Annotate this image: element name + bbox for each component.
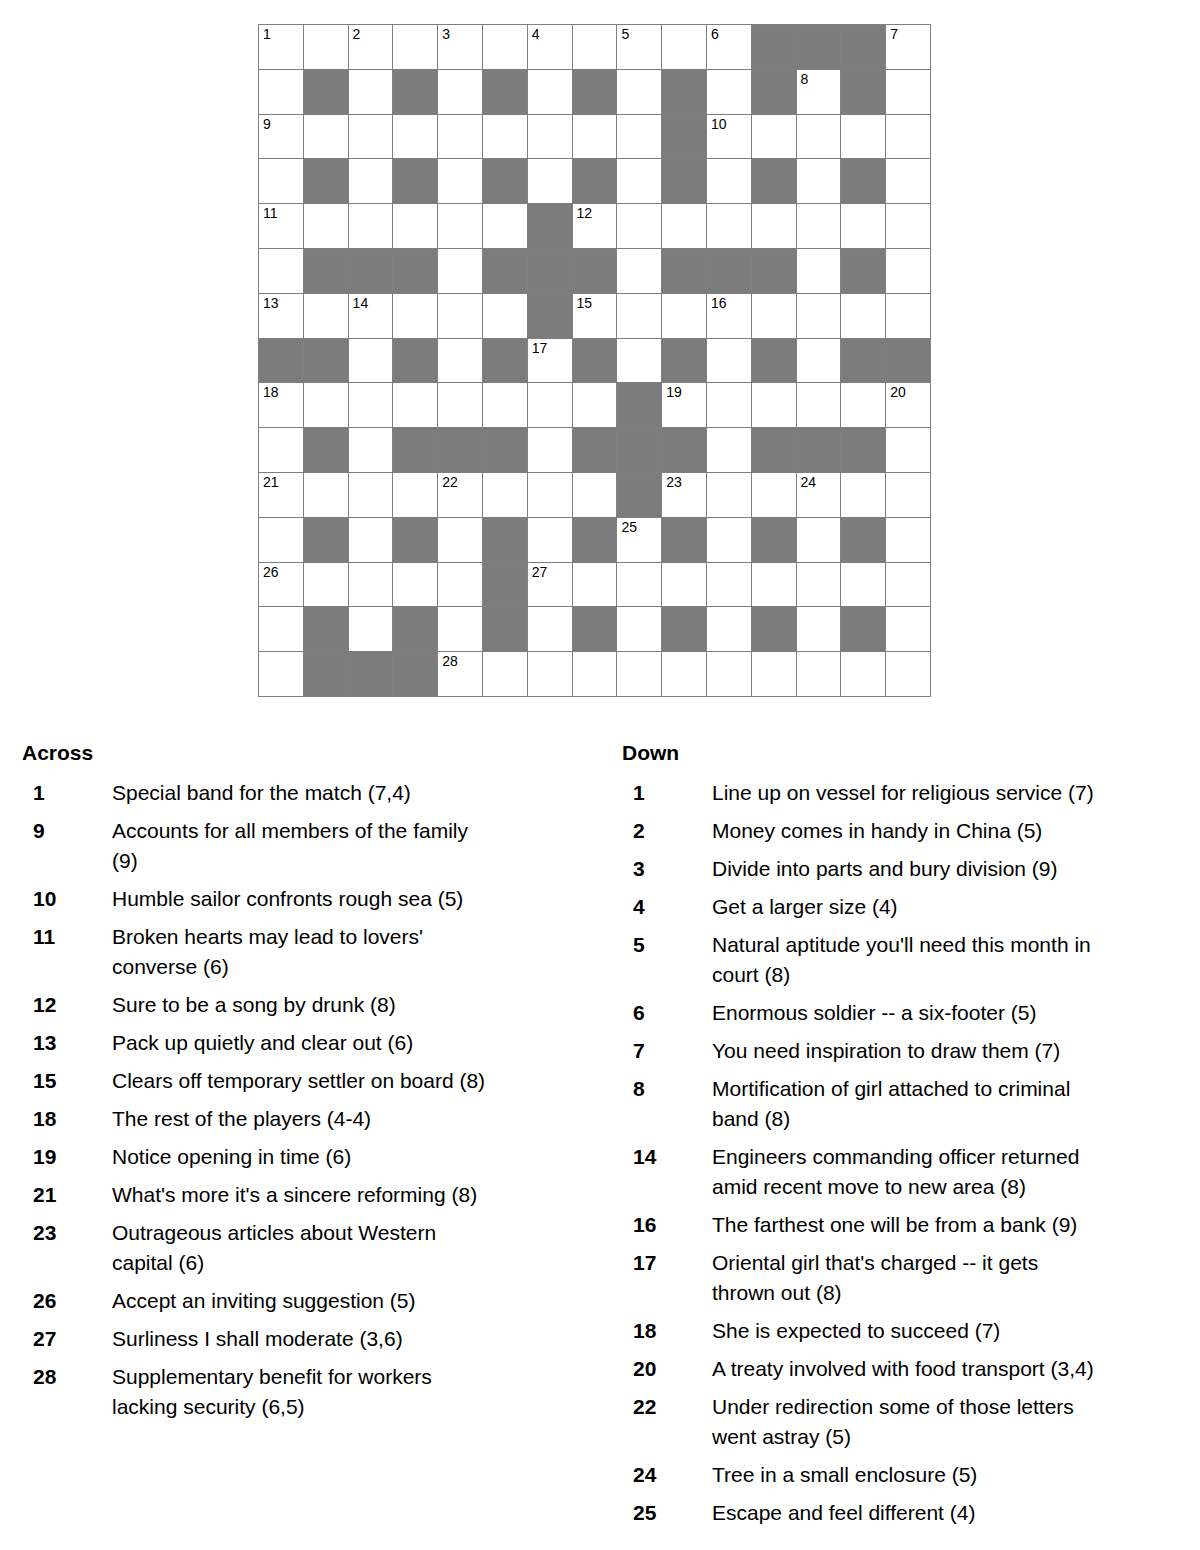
grid-cell[interactable] [707, 518, 751, 562]
block-cell [393, 70, 437, 114]
grid-cell[interactable] [707, 428, 751, 472]
cell-number: 15 [577, 296, 593, 310]
clue-row[interactable]: 18She is expected to succeed (7) [622, 1316, 1192, 1346]
grid-cell[interactable]: 7 [886, 25, 930, 69]
block-cell [573, 428, 617, 472]
clue-text: Accounts for all members of the family(9… [112, 816, 597, 876]
grid-cell[interactable] [349, 428, 393, 472]
block-cell [393, 159, 437, 203]
crossword-page: 1234567891011121314151617181920212223242… [0, 0, 1200, 1550]
grid-cell[interactable] [349, 339, 393, 383]
clue-number: 14 [622, 1142, 712, 1172]
clue-row[interactable]: 4Get a larger size (4) [622, 892, 1192, 922]
block-cell [662, 115, 706, 159]
grid-cell[interactable] [797, 249, 841, 293]
cell-number: 21 [263, 475, 279, 489]
grid-cell[interactable]: 11 [259, 204, 303, 248]
grid-cell[interactable] [438, 70, 482, 114]
clue-row[interactable]: 15Clears off temporary settler on board … [22, 1066, 597, 1096]
cell-number: 17 [532, 341, 548, 355]
grid-cell[interactable] [617, 115, 661, 159]
grid-cell[interactable]: 25 [617, 518, 661, 562]
grid-cell[interactable] [707, 70, 751, 114]
grid-cell[interactable] [573, 383, 617, 427]
clue-row[interactable]: 18The rest of the players (4-4) [22, 1104, 597, 1134]
grid-cell[interactable] [886, 159, 930, 203]
clue-number: 3 [622, 854, 712, 884]
block-cell [841, 25, 885, 69]
grid-cell[interactable] [707, 204, 751, 248]
grid-cell[interactable] [393, 115, 437, 159]
grid-cell[interactable] [259, 428, 303, 472]
grid-cell[interactable] [438, 115, 482, 159]
clue-number: 2 [622, 816, 712, 846]
grid-cell[interactable] [797, 607, 841, 651]
grid-cell[interactable]: 19 [662, 383, 706, 427]
grid-cell[interactable] [573, 652, 617, 696]
cell-number: 11 [263, 206, 278, 220]
grid-cell[interactable] [662, 204, 706, 248]
cell-number: 6 [711, 27, 719, 41]
grid-cell[interactable] [483, 115, 527, 159]
grid-cell[interactable]: 23 [662, 473, 706, 517]
grid-cell[interactable] [752, 652, 796, 696]
grid-cell[interactable] [393, 294, 437, 338]
clue-row[interactable]: 6Enormous soldier -- a six-footer (5) [622, 998, 1192, 1028]
block-cell [573, 159, 617, 203]
grid-cell[interactable] [662, 25, 706, 69]
block-cell [617, 383, 661, 427]
clue-row[interactable]: 28Supplementary benefit for workerslacki… [22, 1362, 597, 1422]
clue-text: Accept an inviting suggestion (5) [112, 1286, 597, 1316]
block-cell [841, 428, 885, 472]
crossword-grid: 1234567891011121314151617181920212223242… [258, 24, 931, 697]
grid-cell[interactable] [393, 473, 437, 517]
block-cell [304, 249, 348, 293]
grid-cell[interactable] [707, 383, 751, 427]
grid-cell[interactable] [886, 607, 930, 651]
grid-cell[interactable] [662, 563, 706, 607]
grid-cell[interactable]: 27 [528, 563, 572, 607]
block-cell [304, 652, 348, 696]
grid-cell[interactable] [304, 383, 348, 427]
grid-cell[interactable] [752, 115, 796, 159]
grid-cell[interactable]: 28 [438, 652, 482, 696]
grid-cell[interactable]: 24 [797, 473, 841, 517]
grid-cell[interactable] [438, 607, 482, 651]
grid-cell[interactable]: 18 [259, 383, 303, 427]
clue-number: 23 [22, 1218, 112, 1248]
clue-text: Clears off temporary settler on board (8… [112, 1066, 597, 1096]
grid-cell[interactable] [886, 428, 930, 472]
block-cell [304, 428, 348, 472]
grid-cell[interactable] [886, 518, 930, 562]
grid-cell[interactable] [528, 652, 572, 696]
grid-cell[interactable]: 22 [438, 473, 482, 517]
block-cell [349, 652, 393, 696]
clue-text: Special band for the match (7,4) [112, 778, 597, 808]
grid-cell[interactable] [752, 563, 796, 607]
block-cell [662, 428, 706, 472]
grid-cell[interactable] [438, 204, 482, 248]
grid-cell[interactable] [483, 652, 527, 696]
clue-row[interactable]: 27Surliness I shall moderate (3,6) [22, 1324, 597, 1354]
grid-cell[interactable] [752, 294, 796, 338]
clue-number: 27 [22, 1324, 112, 1354]
grid-cell[interactable] [617, 563, 661, 607]
clue-number: 17 [622, 1248, 712, 1278]
block-cell [528, 294, 572, 338]
cell-number: 8 [801, 72, 809, 86]
block-cell [797, 25, 841, 69]
grid-cell[interactable] [259, 70, 303, 114]
grid-cell[interactable] [528, 383, 572, 427]
clue-text: What's more it's a sincere reforming (8) [112, 1180, 597, 1210]
grid-cell[interactable]: 2 [349, 25, 393, 69]
grid-cell[interactable] [259, 652, 303, 696]
clue-row[interactable]: 8Mortification of girl attached to crimi… [622, 1074, 1192, 1134]
clue-row[interactable]: 22Under redirection some of those letter… [622, 1392, 1192, 1452]
grid-cell[interactable] [886, 249, 930, 293]
grid-cell[interactable] [752, 473, 796, 517]
grid-cell[interactable] [617, 204, 661, 248]
grid-cell[interactable] [573, 25, 617, 69]
grid-cell[interactable] [841, 383, 885, 427]
cell-number: 3 [442, 27, 450, 41]
block-cell [259, 339, 303, 383]
block-cell [393, 428, 437, 472]
grid-cell[interactable] [797, 115, 841, 159]
block-cell [886, 339, 930, 383]
cell-number: 19 [666, 385, 682, 399]
clue-text: Escape and feel different (4) [712, 1498, 1192, 1528]
grid-cell[interactable] [617, 607, 661, 651]
grid-cell[interactable] [886, 473, 930, 517]
grid-cell[interactable] [304, 294, 348, 338]
cell-number: 16 [711, 296, 727, 310]
grid-cell[interactable] [438, 339, 482, 383]
clue-number: 8 [622, 1074, 712, 1104]
grid-cell[interactable] [573, 473, 617, 517]
block-cell [662, 518, 706, 562]
clue-number: 1 [22, 778, 112, 808]
grid-cell[interactable] [841, 473, 885, 517]
clue-row[interactable]: 17Oriental girl that's charged -- it get… [622, 1248, 1192, 1308]
cell-number: 28 [442, 654, 458, 668]
clue-text: Money comes in handy in China (5) [712, 816, 1192, 846]
grid-cell[interactable] [797, 563, 841, 607]
grid-cell[interactable] [393, 25, 437, 69]
block-cell [841, 159, 885, 203]
grid-cell[interactable] [483, 204, 527, 248]
grid-cell[interactable] [707, 652, 751, 696]
across-clue-list: 1Special band for the match (7,4)9Accoun… [22, 778, 597, 1422]
grid-cell[interactable]: 17 [528, 339, 572, 383]
clue-row[interactable]: 1Special band for the match (7,4) [22, 778, 597, 808]
grid-cell[interactable] [617, 294, 661, 338]
grid-cell[interactable] [259, 249, 303, 293]
clue-text: Oriental girl that's charged -- it getst… [712, 1248, 1192, 1308]
clue-text: Natural aptitude you'll need this month … [712, 930, 1192, 990]
cell-number: 1 [263, 27, 271, 41]
clue-number: 26 [22, 1286, 112, 1316]
grid-cell[interactable]: 8 [797, 70, 841, 114]
clue-text: Line up on vessel for religious service … [712, 778, 1192, 808]
clue-number: 7 [622, 1036, 712, 1066]
block-cell [662, 249, 706, 293]
grid-cell[interactable] [752, 204, 796, 248]
grid-cell[interactable] [617, 339, 661, 383]
clue-row[interactable]: 13Pack up quietly and clear out (6) [22, 1028, 597, 1058]
cell-number: 4 [532, 27, 540, 41]
grid-cell[interactable]: 12 [573, 204, 617, 248]
clue-row[interactable]: 11Broken hearts may lead to lovers'conve… [22, 922, 597, 982]
clue-number: 4 [622, 892, 712, 922]
clue-text: Humble sailor confronts rough sea (5) [112, 884, 597, 914]
block-cell [483, 563, 527, 607]
block-cell [483, 249, 527, 293]
clue-text: Under redirection some of those lettersw… [712, 1392, 1192, 1452]
grid-cell[interactable] [573, 115, 617, 159]
clue-number: 11 [22, 922, 112, 952]
grid-cell[interactable] [662, 294, 706, 338]
down-clue-list: 1Line up on vessel for religious service… [622, 778, 1192, 1528]
clue-number: 6 [622, 998, 712, 1028]
cell-number: 14 [353, 296, 369, 310]
block-cell [573, 339, 617, 383]
block-cell [662, 159, 706, 203]
block-cell [752, 249, 796, 293]
cell-number: 27 [532, 565, 548, 579]
clue-row[interactable]: 14Engineers commanding officer returneda… [622, 1142, 1192, 1202]
grid-cell[interactable] [349, 115, 393, 159]
grid-cell[interactable] [886, 204, 930, 248]
grid-cell[interactable] [662, 652, 706, 696]
grid-cell[interactable] [438, 383, 482, 427]
grid-cell[interactable] [304, 115, 348, 159]
grid-cell[interactable] [707, 563, 751, 607]
clue-row[interactable]: 10Humble sailor confronts rough sea (5) [22, 884, 597, 914]
grid-cell[interactable] [438, 159, 482, 203]
clue-row[interactable]: 21What's more it's a sincere reforming (… [22, 1180, 597, 1210]
clue-row[interactable]: 23Outrageous articles about Westerncapit… [22, 1218, 597, 1278]
grid-cell[interactable]: 6 [707, 25, 751, 69]
grid-cell[interactable] [797, 339, 841, 383]
grid-cell[interactable] [304, 25, 348, 69]
block-cell [662, 70, 706, 114]
grid-cell[interactable] [349, 607, 393, 651]
grid-cell[interactable] [393, 383, 437, 427]
grid-cell[interactable] [349, 563, 393, 607]
grid-cell[interactable] [573, 563, 617, 607]
grid-cell[interactable] [259, 518, 303, 562]
cell-number: 2 [353, 27, 361, 41]
grid-cell[interactable]: 9 [259, 115, 303, 159]
clue-text: Enormous soldier -- a six-footer (5) [712, 998, 1192, 1028]
grid-cell[interactable]: 1 [259, 25, 303, 69]
grid-cell[interactable] [797, 518, 841, 562]
grid-cell[interactable]: 21 [259, 473, 303, 517]
clue-text: Supplementary benefit for workerslacking… [112, 1362, 597, 1422]
grid-cell[interactable] [259, 607, 303, 651]
block-cell [483, 607, 527, 651]
grid-cell[interactable] [841, 204, 885, 248]
grid-cell[interactable] [528, 607, 572, 651]
grid-cell[interactable] [886, 294, 930, 338]
grid-cell[interactable] [752, 383, 796, 427]
grid-cell[interactable] [438, 294, 482, 338]
grid-cell[interactable]: 26 [259, 563, 303, 607]
clue-row[interactable]: 9Accounts for all members of the family(… [22, 816, 597, 876]
block-cell [304, 339, 348, 383]
grid-cell[interactable] [617, 652, 661, 696]
grid-cell[interactable] [438, 249, 482, 293]
grid-cell[interactable]: 15 [573, 294, 617, 338]
block-cell [841, 607, 885, 651]
clue-number: 9 [22, 816, 112, 846]
clue-row[interactable]: 12Sure to be a song by drunk (8) [22, 990, 597, 1020]
clue-row[interactable]: 2Money comes in handy in China (5) [622, 816, 1192, 846]
clue-number: 21 [22, 1180, 112, 1210]
grid-cell[interactable] [886, 563, 930, 607]
clue-row[interactable]: 25Escape and feel different (4) [622, 1498, 1192, 1528]
cell-number: 20 [890, 385, 906, 399]
grid-cell[interactable] [617, 159, 661, 203]
block-cell [752, 428, 796, 472]
grid-cell[interactable] [393, 563, 437, 607]
grid-cell[interactable] [841, 652, 885, 696]
grid-cell[interactable] [797, 652, 841, 696]
grid-cell[interactable] [797, 383, 841, 427]
clue-number: 25 [622, 1498, 712, 1528]
grid-cell[interactable] [707, 473, 751, 517]
clue-text: Sure to be a song by drunk (8) [112, 990, 597, 1020]
grid-cell[interactable]: 4 [528, 25, 572, 69]
clue-text: A treaty involved with food transport (3… [712, 1354, 1192, 1384]
clue-number: 18 [622, 1316, 712, 1346]
block-cell [752, 70, 796, 114]
grid-cell[interactable] [349, 159, 393, 203]
grid-cell[interactable] [483, 473, 527, 517]
block-cell [617, 473, 661, 517]
block-cell [707, 249, 751, 293]
clue-text: Mortification of girl attached to crimin… [712, 1074, 1192, 1134]
across-header: Across [22, 738, 597, 768]
clue-row[interactable]: 19Notice opening in time (6) [22, 1142, 597, 1172]
grid-cell[interactable] [841, 115, 885, 159]
clue-number: 12 [22, 990, 112, 1020]
block-cell [841, 70, 885, 114]
block-cell [483, 70, 527, 114]
grid-cell[interactable] [528, 473, 572, 517]
cell-number: 25 [621, 520, 637, 534]
clue-row[interactable]: 1Line up on vessel for religious service… [622, 778, 1192, 808]
grid-cell[interactable] [349, 518, 393, 562]
clue-text: Pack up quietly and clear out (6) [112, 1028, 597, 1058]
clue-row[interactable]: 3Divide into parts and bury division (9) [622, 854, 1192, 884]
block-cell [483, 518, 527, 562]
grid-cell[interactable] [483, 25, 527, 69]
grid-cell[interactable] [483, 294, 527, 338]
grid-cell[interactable] [349, 204, 393, 248]
block-cell [573, 249, 617, 293]
grid-cell[interactable] [528, 159, 572, 203]
clue-number: 10 [22, 884, 112, 914]
grid-cell[interactable] [797, 204, 841, 248]
grid-cell[interactable] [797, 159, 841, 203]
grid-cell[interactable]: 14 [349, 294, 393, 338]
grid-cell[interactable]: 13 [259, 294, 303, 338]
grid-cell[interactable] [304, 473, 348, 517]
clue-number: 24 [622, 1460, 712, 1490]
down-clues: Down 1Line up on vessel for religious se… [622, 738, 1192, 1536]
clue-text: Outrageous articles about Westerncapital… [112, 1218, 597, 1278]
grid-cell[interactable] [707, 339, 751, 383]
grid-cell[interactable] [797, 294, 841, 338]
block-cell [573, 518, 617, 562]
clue-text: She is expected to succeed (7) [712, 1316, 1192, 1346]
grid-cell[interactable] [528, 115, 572, 159]
block-cell [304, 159, 348, 203]
grid-cell[interactable] [393, 204, 437, 248]
clue-row[interactable]: 7You need inspiration to draw them (7) [622, 1036, 1192, 1066]
grid-cell[interactable] [438, 518, 482, 562]
grid-cell[interactable]: 20 [886, 383, 930, 427]
grid-cell[interactable] [841, 563, 885, 607]
grid-cell[interactable] [349, 473, 393, 517]
grid-cell[interactable] [886, 652, 930, 696]
cell-number: 26 [263, 565, 279, 579]
grid-cell[interactable]: 3 [438, 25, 482, 69]
grid-cell[interactable] [304, 563, 348, 607]
grid-cell[interactable] [886, 70, 930, 114]
grid-cell[interactable] [304, 204, 348, 248]
block-cell [662, 339, 706, 383]
clue-row[interactable]: 26Accept an inviting suggestion (5) [22, 1286, 597, 1316]
grid-cell[interactable]: 5 [617, 25, 661, 69]
clue-row[interactable]: 24Tree in a small enclosure (5) [622, 1460, 1192, 1490]
block-cell [304, 70, 348, 114]
grid-cell[interactable] [617, 70, 661, 114]
block-cell [528, 204, 572, 248]
clue-row[interactable]: 16The farthest one will be from a bank (… [622, 1210, 1192, 1240]
clue-row[interactable]: 5Natural aptitude you'll need this month… [622, 930, 1192, 990]
grid-cell[interactable]: 16 [707, 294, 751, 338]
grid-cell[interactable] [707, 607, 751, 651]
grid-cell[interactable] [528, 428, 572, 472]
grid-cell[interactable] [528, 70, 572, 114]
down-header: Down [622, 738, 1192, 768]
grid-cell[interactable] [617, 249, 661, 293]
grid-cell[interactable] [349, 70, 393, 114]
block-cell [393, 339, 437, 383]
clue-row[interactable]: 20A treaty involved with food transport … [622, 1354, 1192, 1384]
grid-cell[interactable] [438, 563, 482, 607]
block-cell [752, 159, 796, 203]
grid-cell[interactable] [259, 159, 303, 203]
block-cell [573, 607, 617, 651]
grid-cell[interactable] [886, 115, 930, 159]
grid-cell[interactable]: 10 [707, 115, 751, 159]
grid-cell[interactable] [841, 294, 885, 338]
block-cell [304, 607, 348, 651]
grid-cell[interactable] [483, 383, 527, 427]
clue-text: Broken hearts may lead to lovers'convers… [112, 922, 597, 982]
grid-cell[interactable] [707, 159, 751, 203]
grid-cell[interactable] [528, 518, 572, 562]
grid-cell[interactable] [349, 383, 393, 427]
cell-number: 12 [577, 206, 593, 220]
